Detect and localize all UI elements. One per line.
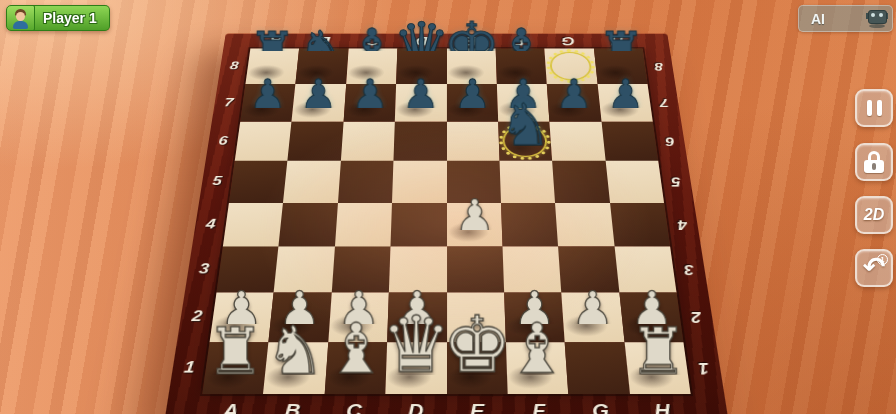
lock-button[interactable] — [855, 143, 893, 181]
square-h1[interactable]: ♜ — [624, 341, 690, 393]
square-c1[interactable]: ♝ — [324, 341, 387, 393]
square-g2[interactable]: ♟ — [561, 292, 624, 341]
file-label-top-G: G — [543, 31, 593, 50]
square-b5[interactable] — [283, 160, 340, 202]
square-e4[interactable]: ♟ — [446, 202, 502, 246]
square-e3[interactable] — [446, 246, 504, 292]
square-a1[interactable]: ♜ — [202, 341, 268, 393]
square-f4[interactable] — [500, 202, 557, 246]
player-name: Player 1 — [43, 10, 97, 26]
robot-eye-right — [879, 13, 883, 17]
square-a4[interactable] — [222, 202, 282, 246]
opponent-name: AI — [811, 11, 867, 27]
pause-icon — [877, 100, 882, 116]
square-d1[interactable]: ♛ — [385, 341, 446, 393]
square-d7[interactable]: ♟ — [394, 84, 446, 121]
wood-table: 8877665544332211AABBCCDDEEFFGGHH ♜♞♝♛♚♝♜… — [0, 0, 896, 414]
square-h4[interactable] — [609, 202, 669, 246]
lock-icon — [863, 151, 885, 173]
square-a6[interactable] — [234, 121, 291, 160]
black-pawn[interactable]: ♟ — [453, 73, 490, 114]
file-label-bottom-D: D — [384, 396, 446, 414]
square-d6[interactable] — [393, 121, 446, 160]
square-e6[interactable] — [446, 121, 499, 160]
white-queen[interactable]: ♛ — [381, 305, 451, 383]
file-label-bottom-F: F — [507, 396, 570, 414]
lock-body — [864, 160, 884, 173]
square-g7[interactable]: ♟ — [547, 84, 601, 121]
square-c5[interactable] — [337, 160, 393, 202]
rank-label-left-8: 8 — [217, 48, 250, 84]
square-c6[interactable] — [340, 121, 394, 160]
square-g1[interactable] — [564, 341, 629, 393]
square-g6[interactable] — [549, 121, 605, 160]
white-pawn[interactable]: ♟ — [571, 284, 614, 331]
player-badge[interactable]: Player 1 — [6, 5, 110, 31]
square-e7[interactable]: ♟ — [446, 84, 498, 121]
black-pawn[interactable]: ♟ — [300, 73, 337, 114]
square-c4[interactable] — [334, 202, 391, 246]
white-bishop[interactable]: ♝ — [506, 314, 568, 383]
white-king[interactable]: ♚ — [441, 305, 511, 383]
robot-head — [868, 10, 887, 24]
square-g5[interactable] — [552, 160, 609, 202]
square-d4[interactable] — [390, 202, 446, 246]
white-knight[interactable]: ♞ — [265, 316, 325, 383]
file-label-bottom-H: H — [629, 396, 694, 414]
chess-board: 8877665544332211AABBCCDDEEFFGGHH ♜♞♝♛♚♝♜… — [163, 33, 729, 414]
black-pawn[interactable]: ♟ — [606, 73, 643, 114]
square-f6[interactable]: ♞ — [498, 121, 552, 160]
player-name-banner: Player 1 — [33, 5, 110, 31]
square-e1[interactable]: ♚ — [446, 341, 507, 393]
robot-eye-left — [871, 13, 875, 17]
black-bishop[interactable]: ♝ — [495, 21, 546, 78]
2d-label: 2D — [864, 206, 884, 224]
robot-icon — [867, 9, 887, 28]
square-c7[interactable]: ♟ — [343, 84, 396, 121]
file-label-bottom-G: G — [568, 396, 632, 414]
black-bishop[interactable]: ♝ — [346, 21, 397, 78]
white-pawn[interactable]: ♟ — [454, 193, 494, 238]
square-a5[interactable] — [229, 160, 288, 202]
rank-label-left-7: 7 — [211, 84, 245, 121]
undo-count-badge: 1 — [877, 254, 888, 265]
square-d5[interactable] — [392, 160, 446, 202]
square-b6[interactable] — [287, 121, 343, 160]
square-a7[interactable]: ♟ — [240, 84, 295, 121]
square-b4[interactable] — [278, 202, 337, 246]
black-pawn[interactable]: ♟ — [402, 73, 439, 114]
square-f1[interactable]: ♝ — [505, 341, 568, 393]
black-pawn[interactable]: ♟ — [249, 73, 286, 114]
square-h6[interactable] — [601, 121, 658, 160]
square-g4[interactable] — [555, 202, 614, 246]
black-pawn[interactable]: ♟ — [351, 73, 388, 114]
square-b1[interactable]: ♞ — [263, 341, 328, 393]
black-knight[interactable]: ♞ — [499, 96, 551, 154]
file-label-bottom-C: C — [322, 396, 385, 414]
file-label-bottom-A: A — [197, 396, 262, 414]
view-2d-button[interactable]: 2D — [855, 196, 893, 234]
square-h7[interactable]: ♟ — [597, 84, 652, 121]
square-b7[interactable]: ♟ — [291, 84, 345, 121]
square-h5[interactable] — [605, 160, 664, 202]
undo-button[interactable]: ↶ 1 — [855, 249, 893, 287]
square-f5[interactable] — [499, 160, 555, 202]
black-pawn[interactable]: ♟ — [555, 73, 592, 114]
board-grid: ♜♞♝♛♚♝♜♟♟♟♟♟♟♟♟♞♟♟♟♟♟♟♟♟♜♞♝♛♚♝♜ — [202, 48, 690, 393]
black-king[interactable]: ♚ — [442, 14, 499, 78]
white-rook[interactable]: ♜ — [206, 319, 264, 383]
player-avatar-icon — [6, 5, 35, 31]
robot-base — [869, 24, 885, 28]
avatar-face — [16, 12, 25, 21]
white-bishop[interactable]: ♝ — [325, 314, 387, 383]
rank-label-right-8: 8 — [642, 48, 675, 84]
avatar-shirt — [13, 21, 28, 29]
file-label-bottom-B: B — [260, 396, 324, 414]
black-queen[interactable]: ♛ — [392, 14, 449, 78]
pause-button[interactable] — [855, 89, 893, 127]
opponent-badge[interactable]: AI — [798, 5, 893, 32]
white-rook[interactable]: ♜ — [628, 319, 686, 383]
file-label-bottom-E: E — [446, 396, 508, 414]
pause-icon — [867, 100, 872, 116]
rank-label-right-7: 7 — [647, 84, 681, 121]
